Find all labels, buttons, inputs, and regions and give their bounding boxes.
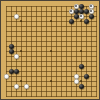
grid-line bbox=[91, 6, 92, 97]
grid-line bbox=[6, 56, 97, 57]
white-stone bbox=[74, 4, 79, 9]
black-stone bbox=[79, 9, 84, 14]
white-stone bbox=[74, 79, 79, 84]
grid-line bbox=[6, 61, 97, 62]
black-stone bbox=[79, 4, 84, 9]
grid-line bbox=[6, 96, 97, 97]
star-point bbox=[80, 50, 82, 52]
go-board[interactable] bbox=[0, 0, 100, 100]
grid-line bbox=[61, 6, 62, 97]
star-point bbox=[50, 50, 52, 52]
stone-number-mark bbox=[70, 10, 72, 12]
white-stone bbox=[14, 14, 19, 19]
star-point bbox=[20, 20, 22, 22]
grid-line bbox=[96, 6, 97, 97]
black-stone bbox=[84, 19, 89, 24]
star-point bbox=[50, 20, 52, 22]
star-point bbox=[20, 50, 22, 52]
black-stone bbox=[14, 69, 19, 74]
stone-number-mark bbox=[90, 10, 92, 12]
white-stone bbox=[89, 4, 94, 9]
white-stone bbox=[24, 84, 29, 89]
white-stone bbox=[79, 14, 84, 19]
black-stone bbox=[89, 14, 94, 19]
star-point bbox=[20, 80, 22, 82]
star-point bbox=[80, 80, 82, 82]
black-stone bbox=[9, 44, 14, 49]
stone-number-mark bbox=[80, 15, 82, 17]
white-stone bbox=[14, 54, 19, 59]
black-stone bbox=[84, 74, 89, 79]
grid-line bbox=[6, 91, 97, 92]
grid-line bbox=[56, 6, 57, 97]
star-point bbox=[50, 80, 52, 82]
black-stone bbox=[84, 9, 89, 14]
stone-number-mark bbox=[75, 5, 77, 7]
star-point bbox=[80, 20, 82, 22]
stone-number-mark bbox=[90, 5, 92, 7]
white-stone bbox=[69, 9, 74, 14]
white-stone bbox=[74, 74, 79, 79]
grid-line bbox=[66, 6, 67, 97]
black-stone bbox=[79, 84, 84, 89]
black-stone bbox=[9, 69, 14, 74]
white-stone bbox=[14, 84, 19, 89]
black-stone bbox=[74, 9, 79, 14]
black-stone bbox=[9, 49, 14, 54]
white-stone bbox=[89, 9, 94, 14]
black-stone bbox=[69, 19, 74, 24]
black-stone bbox=[79, 64, 84, 69]
black-stone bbox=[74, 14, 79, 19]
white-stone bbox=[4, 74, 9, 79]
grid-line bbox=[6, 71, 97, 72]
